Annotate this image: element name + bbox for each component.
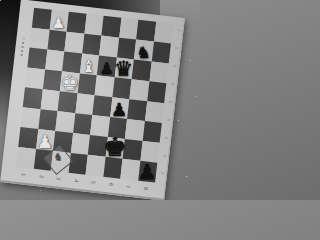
black-pawn[interactable]: ♟: [99, 61, 113, 77]
black-queen[interactable]: ♛: [115, 59, 134, 80]
white-pawn[interactable]: ♟: [37, 133, 53, 151]
black-king[interactable]: ♚: [103, 134, 126, 160]
paper-speckles: [0, 0, 1, 1]
white-king[interactable]: ♚: [60, 73, 79, 94]
black-pawn[interactable]: ♟: [111, 101, 127, 119]
pieces-layer: ♟♞♝♟♛♚♟♟♚♟: [0, 0, 184, 199]
black-knight[interactable]: ♞: [136, 45, 150, 61]
white-bishop[interactable]: ♝: [81, 58, 96, 75]
black-pawn[interactable]: ♟: [138, 162, 157, 183]
chess-board: 12345678 ♘ ♞ · · · ♟♞♝♟♛♚♟♟♚♟: [0, 0, 185, 200]
white-pawn[interactable]: ♟: [52, 16, 65, 31]
